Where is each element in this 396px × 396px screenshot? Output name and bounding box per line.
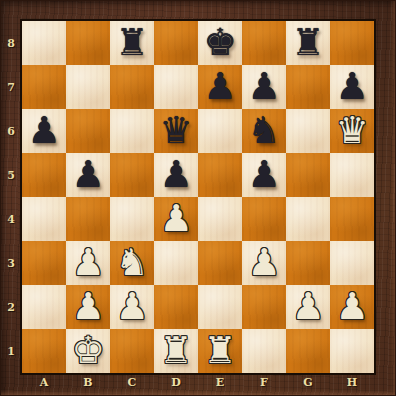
rank-label-7: 7 [0, 65, 22, 109]
square-a2[interactable] [22, 285, 66, 329]
square-d2[interactable] [154, 285, 198, 329]
square-h3[interactable] [330, 241, 374, 285]
square-e2[interactable] [198, 285, 242, 329]
black-pawn[interactable]: ♟ [71, 156, 104, 193]
rank-label-8: 8 [0, 21, 22, 65]
square-g5[interactable] [286, 153, 330, 197]
square-a6[interactable]: ♟ [22, 109, 66, 153]
square-b7[interactable] [66, 65, 110, 109]
black-pawn[interactable]: ♟ [247, 156, 280, 193]
square-e7[interactable]: ♟ [198, 65, 242, 109]
square-c3[interactable]: ♞ [110, 241, 154, 285]
black-queen[interactable]: ♛ [159, 112, 192, 149]
square-g1[interactable] [286, 329, 330, 373]
square-c1[interactable] [110, 329, 154, 373]
square-h6[interactable]: ♛ [330, 109, 374, 153]
black-pawn[interactable]: ♟ [335, 68, 368, 105]
square-a3[interactable] [22, 241, 66, 285]
rank-label-4: 4 [0, 197, 22, 241]
square-f3[interactable]: ♟ [242, 241, 286, 285]
square-b4[interactable] [66, 197, 110, 241]
chess-board: ♜♚♜♟♟♟♟♛♞♛♟♟♟♟♟♞♟♟♟♟♟♚♜♜ [22, 21, 374, 373]
square-f1[interactable] [242, 329, 286, 373]
black-pawn[interactable]: ♟ [159, 156, 192, 193]
square-c7[interactable] [110, 65, 154, 109]
square-h7[interactable]: ♟ [330, 65, 374, 109]
square-c6[interactable] [110, 109, 154, 153]
rank-label-6: 6 [0, 109, 22, 153]
white-pawn[interactable]: ♟ [247, 244, 280, 281]
square-f4[interactable] [242, 197, 286, 241]
square-d1[interactable]: ♜ [154, 329, 198, 373]
square-b8[interactable] [66, 21, 110, 65]
rank-label-5: 5 [0, 153, 22, 197]
square-d4[interactable]: ♟ [154, 197, 198, 241]
white-rook[interactable]: ♜ [159, 332, 192, 369]
white-pawn[interactable]: ♟ [71, 288, 104, 325]
square-h4[interactable] [330, 197, 374, 241]
square-d6[interactable]: ♛ [154, 109, 198, 153]
square-g6[interactable] [286, 109, 330, 153]
file-label-c: C [110, 373, 154, 394]
rank-label-2: 2 [0, 285, 22, 329]
black-rook[interactable]: ♜ [115, 24, 148, 61]
square-b2[interactable]: ♟ [66, 285, 110, 329]
square-h1[interactable] [330, 329, 374, 373]
square-e3[interactable] [198, 241, 242, 285]
rank-labels: 8 7 6 5 4 3 2 1 [0, 21, 22, 373]
square-d5[interactable]: ♟ [154, 153, 198, 197]
black-knight[interactable]: ♞ [247, 112, 280, 149]
square-c5[interactable] [110, 153, 154, 197]
square-g3[interactable] [286, 241, 330, 285]
white-pawn[interactable]: ♟ [335, 288, 368, 325]
black-pawn[interactable]: ♟ [247, 68, 280, 105]
chess-board-frame: 8 7 6 5 4 3 2 1 ♜♚♜♟♟♟♟♛♞♛♟♟♟♟♟♞♟♟♟♟♟♚♜♜… [0, 0, 396, 396]
square-e4[interactable] [198, 197, 242, 241]
square-h2[interactable]: ♟ [330, 285, 374, 329]
square-c4[interactable] [110, 197, 154, 241]
white-rook[interactable]: ♜ [203, 332, 236, 369]
white-pawn[interactable]: ♟ [71, 244, 104, 281]
square-h5[interactable] [330, 153, 374, 197]
black-rook[interactable]: ♜ [291, 24, 324, 61]
file-label-f: F [242, 373, 286, 394]
file-label-h: H [330, 373, 374, 394]
file-label-a: A [22, 373, 66, 394]
white-pawn[interactable]: ♟ [115, 288, 148, 325]
white-queen[interactable]: ♛ [335, 112, 368, 149]
file-label-d: D [154, 373, 198, 394]
square-c8[interactable]: ♜ [110, 21, 154, 65]
square-a5[interactable] [22, 153, 66, 197]
square-e6[interactable] [198, 109, 242, 153]
square-h8[interactable] [330, 21, 374, 65]
file-label-g: G [286, 373, 330, 394]
square-g7[interactable] [286, 65, 330, 109]
square-a1[interactable] [22, 329, 66, 373]
square-b3[interactable]: ♟ [66, 241, 110, 285]
square-b6[interactable] [66, 109, 110, 153]
square-d8[interactable] [154, 21, 198, 65]
square-g2[interactable]: ♟ [286, 285, 330, 329]
file-label-b: B [66, 373, 110, 394]
black-pawn[interactable]: ♟ [203, 68, 236, 105]
square-f5[interactable]: ♟ [242, 153, 286, 197]
square-f2[interactable] [242, 285, 286, 329]
square-a8[interactable] [22, 21, 66, 65]
square-g8[interactable]: ♜ [286, 21, 330, 65]
square-e8[interactable]: ♚ [198, 21, 242, 65]
white-knight[interactable]: ♞ [115, 244, 148, 281]
file-label-e: E [198, 373, 242, 394]
square-d3[interactable] [154, 241, 198, 285]
black-pawn[interactable]: ♟ [27, 112, 60, 149]
square-c2[interactable]: ♟ [110, 285, 154, 329]
black-king[interactable]: ♚ [203, 24, 236, 61]
white-pawn[interactable]: ♟ [291, 288, 324, 325]
square-a4[interactable] [22, 197, 66, 241]
square-b5[interactable]: ♟ [66, 153, 110, 197]
square-f6[interactable]: ♞ [242, 109, 286, 153]
white-pawn[interactable]: ♟ [159, 200, 192, 237]
square-e5[interactable] [198, 153, 242, 197]
square-f7[interactable]: ♟ [242, 65, 286, 109]
square-e1[interactable]: ♜ [198, 329, 242, 373]
rank-label-1: 1 [0, 329, 22, 373]
square-a7[interactable] [22, 65, 66, 109]
square-b1[interactable]: ♚ [66, 329, 110, 373]
rank-label-3: 3 [0, 241, 22, 285]
white-king[interactable]: ♚ [71, 332, 104, 369]
square-f8[interactable] [242, 21, 286, 65]
square-g4[interactable] [286, 197, 330, 241]
file-labels: A B C D E F G H [22, 373, 374, 394]
square-d7[interactable] [154, 65, 198, 109]
